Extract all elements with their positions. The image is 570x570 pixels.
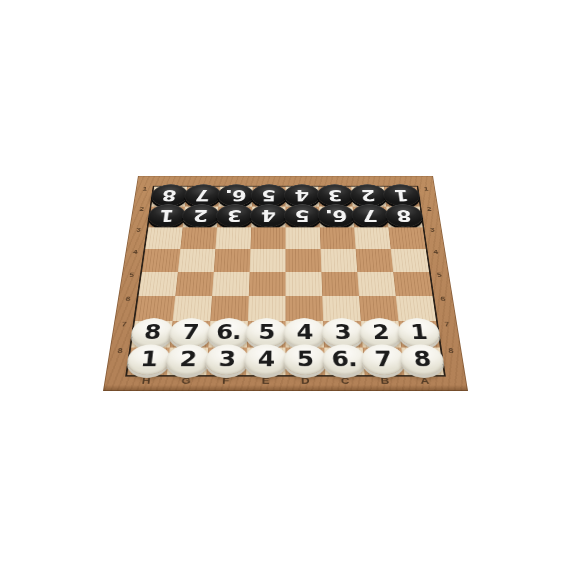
disc-number: 7 <box>362 208 378 224</box>
square-f3 <box>215 227 251 249</box>
rank-label-left-5: 5 <box>118 272 141 296</box>
square-h5 <box>139 272 178 296</box>
disc-number: 6. <box>325 208 348 224</box>
rank-label-left-1: 1 <box>133 187 154 207</box>
disc-white-4: 4 <box>284 318 326 347</box>
rank-label-left-2: 2 <box>130 207 152 228</box>
file-label-b: B <box>365 376 406 390</box>
square-b4 <box>356 249 394 272</box>
checkers-board: 876.54321123456.78876.54321123456.78 HGF… <box>103 176 468 391</box>
disc-white-3: 3 <box>205 345 249 375</box>
square-a3 <box>388 227 425 249</box>
disc-white-8: 8 <box>129 318 174 347</box>
square-e4 <box>250 249 286 272</box>
disc-number: 6. <box>216 323 241 343</box>
disc-number: 3 <box>227 208 242 224</box>
disc-number: 8 <box>396 208 412 224</box>
disc-black-7: 7 <box>183 184 221 206</box>
square-d4 <box>286 249 322 272</box>
disc-black-7: 7 <box>351 204 390 227</box>
disc-white-8: 8 <box>399 345 445 375</box>
disc-black-3: 3 <box>215 204 253 227</box>
disc-number: 1 <box>159 208 175 224</box>
disc-white-5: 5 <box>284 345 327 375</box>
product-photo-stage: 876.54321123456.78876.54321123456.78 HGF… <box>0 0 570 570</box>
disc-white-1: 1 <box>396 318 441 347</box>
square-c4 <box>321 249 358 272</box>
disc-number: 6. <box>225 188 247 203</box>
square-d3 <box>286 227 321 249</box>
square-e5 <box>249 272 286 296</box>
disc-number: 1 <box>394 188 410 203</box>
disc-black-4: 4 <box>284 184 321 206</box>
disc-black-6: 6. <box>217 184 254 206</box>
disc-black-3: 3 <box>317 184 354 206</box>
board-frame: 876.54321123456.78876.54321123456.78 HGF… <box>103 176 468 391</box>
file-label-h: H <box>125 376 167 390</box>
square-c5 <box>321 272 359 296</box>
disc-number: 8 <box>162 188 178 203</box>
disc-number: 7 <box>181 323 199 343</box>
disc-white-7: 7 <box>361 345 406 375</box>
disc-black-8: 8 <box>150 184 189 206</box>
disc-black-5: 5 <box>250 184 287 206</box>
square-b8: 7 <box>363 348 405 376</box>
square-d5 <box>286 272 323 296</box>
square-f8: 3 <box>206 348 247 376</box>
rank-label-left-6: 6 <box>114 296 138 321</box>
rank-label-right-5: 5 <box>429 272 452 296</box>
disc-number: 4 <box>295 188 309 203</box>
square-b2: 7 <box>353 207 389 228</box>
disc-black-2: 2 <box>181 204 220 227</box>
disc-number: 7 <box>195 188 210 203</box>
disc-number: 5 <box>295 208 310 224</box>
disc-black-1: 1 <box>382 184 421 206</box>
disc-number: 2 <box>193 208 209 224</box>
rank-label-left-7: 7 <box>110 321 135 347</box>
rank-label-left-4: 4 <box>122 249 145 272</box>
square-c3 <box>320 227 356 249</box>
rank-label-right-8: 8 <box>440 348 466 376</box>
rank-label-right-1: 1 <box>417 187 438 207</box>
square-g5 <box>175 272 213 296</box>
disc-black-1: 1 <box>147 204 187 227</box>
disc-number: 2 <box>361 188 376 203</box>
square-d2: 5 <box>286 207 320 228</box>
square-h2: 1 <box>148 207 185 228</box>
square-a8: 8 <box>401 348 444 376</box>
square-f5 <box>212 272 250 296</box>
disc-number: 8 <box>143 323 162 343</box>
rank-label-left-8: 8 <box>106 348 132 376</box>
disc-white-2: 2 <box>359 318 403 347</box>
disc-number: 5 <box>262 188 276 203</box>
square-c8: 6. <box>324 348 365 376</box>
square-e8: 4 <box>246 348 286 376</box>
file-label-c: C <box>325 376 366 390</box>
disc-number: 4 <box>258 349 275 370</box>
disc-number: 5 <box>297 349 314 370</box>
disc-number: 8 <box>413 349 432 370</box>
square-a2: 8 <box>386 207 423 228</box>
file-label-f: F <box>205 376 246 390</box>
square-b3 <box>354 227 391 249</box>
square-f4 <box>214 249 251 272</box>
disc-white-6: 6. <box>207 318 250 347</box>
rank-label-left-3: 3 <box>126 227 148 249</box>
disc-number: 4 <box>261 208 276 224</box>
disc-number: 5 <box>258 323 274 343</box>
board-playing-field: 876.54321123456.78876.54321123456.78 <box>125 186 446 377</box>
square-h3 <box>145 227 182 249</box>
disc-number: 2 <box>179 349 197 370</box>
disc-white-3: 3 <box>321 318 364 347</box>
square-f2: 3 <box>217 207 252 228</box>
disc-black-6: 6. <box>317 204 355 227</box>
disc-white-1: 1 <box>125 345 171 375</box>
file-label-e: E <box>245 376 285 390</box>
rank-label-right-6: 6 <box>432 296 456 321</box>
disc-number: 2 <box>372 323 390 343</box>
disc-white-2: 2 <box>165 345 210 375</box>
file-label-g: G <box>165 376 206 390</box>
square-g3 <box>180 227 217 249</box>
disc-number: 6. <box>331 349 357 370</box>
rank-label-right-7: 7 <box>436 321 461 347</box>
square-e2: 4 <box>251 207 285 228</box>
square-a4 <box>391 249 429 272</box>
square-c2: 6. <box>319 207 354 228</box>
disc-number: 4 <box>296 323 312 343</box>
rank-label-right-2: 2 <box>420 207 442 228</box>
square-e3 <box>250 227 285 249</box>
disc-number: 3 <box>218 349 236 370</box>
disc-number: 3 <box>334 323 351 343</box>
disc-white-6: 6. <box>322 345 366 375</box>
file-label-a: A <box>404 376 446 390</box>
square-h8: 1 <box>127 348 170 376</box>
disc-number: 1 <box>410 323 429 343</box>
disc-white-7: 7 <box>168 318 212 347</box>
rank-label-right-3: 3 <box>423 227 445 249</box>
disc-white-4: 4 <box>244 345 287 375</box>
square-h4 <box>142 249 180 272</box>
square-g4 <box>178 249 216 272</box>
file-label-d: D <box>286 376 326 390</box>
disc-black-2: 2 <box>350 184 388 206</box>
square-b5 <box>357 272 395 296</box>
disc-black-8: 8 <box>384 204 424 227</box>
square-a5 <box>393 272 432 296</box>
square-g2: 2 <box>183 207 219 228</box>
disc-number: 1 <box>139 349 158 370</box>
disc-white-5: 5 <box>245 318 287 347</box>
disc-black-4: 4 <box>250 204 287 227</box>
rank-label-right-4: 4 <box>426 249 449 272</box>
disc-number: 7 <box>374 349 392 370</box>
square-d8: 5 <box>286 348 326 376</box>
square-g8: 2 <box>167 348 209 376</box>
disc-black-5: 5 <box>284 204 321 227</box>
disc-number: 3 <box>328 188 343 203</box>
